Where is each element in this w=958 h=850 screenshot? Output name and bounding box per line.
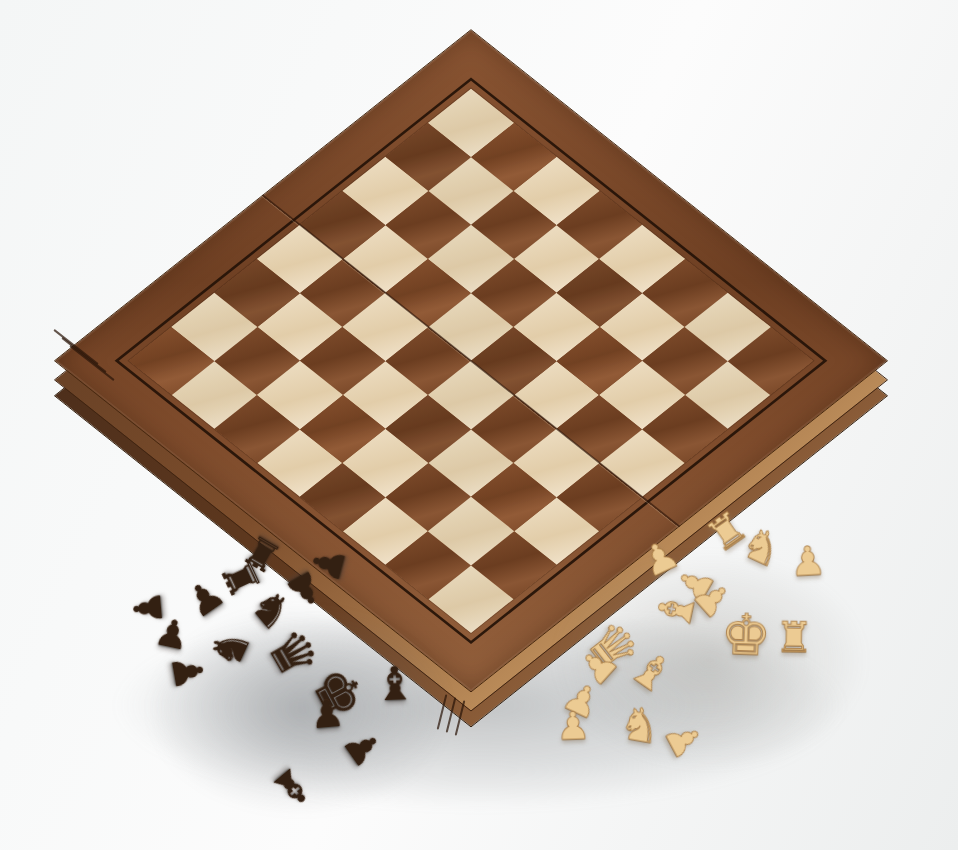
piece-dark-pawn[interactable]: ♟ (128, 589, 169, 626)
piece-light-pawn[interactable]: ♟ (555, 707, 590, 746)
chess-set-photo: ♟♜♟♞♞♛♟♟♚♝♟♟♝♜♟♟ ♜♞♟♟♟♝♛♚♜♟♝♟♟♞♟♟ (0, 0, 958, 850)
piece-light-knight[interactable]: ♞ (616, 698, 665, 750)
piece-light-pawn[interactable]: ♟ (789, 540, 827, 582)
piece-light-rook[interactable]: ♜ (775, 617, 813, 660)
piece-dark-pawn[interactable]: ♟ (165, 651, 211, 693)
piece-dark-bishop[interactable]: ♝ (374, 660, 417, 707)
piece-light-king[interactable]: ♚ (720, 606, 772, 664)
piece-dark-pawn[interactable]: ♟ (308, 694, 345, 735)
